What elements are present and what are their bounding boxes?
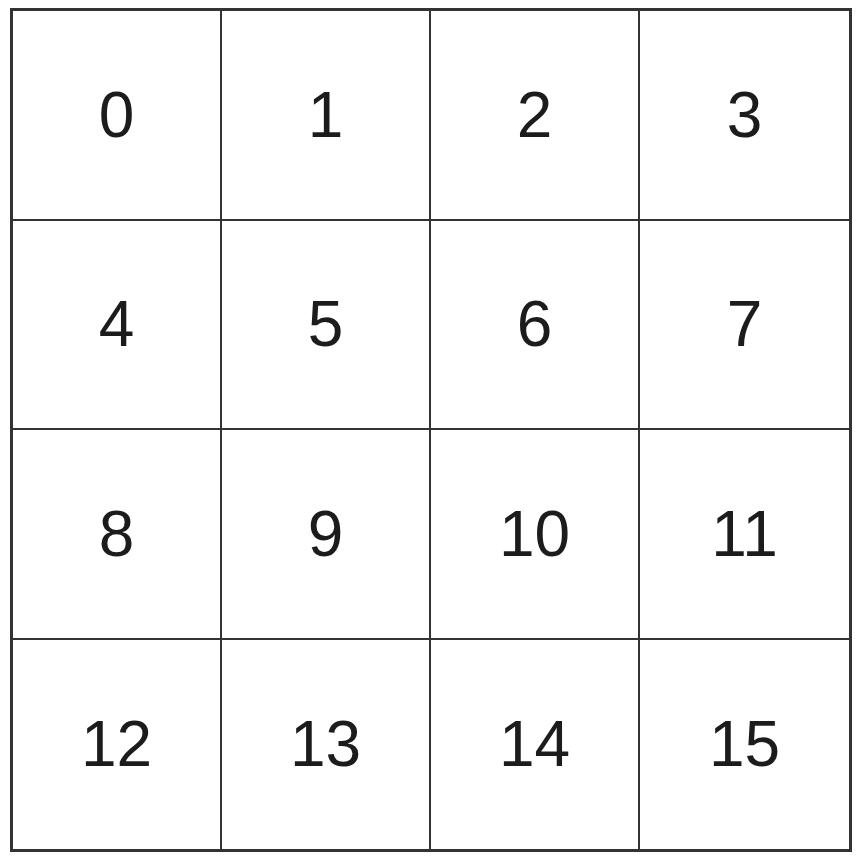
cell-r3-c0: 12 [13, 640, 222, 850]
cell-r2-c1: 9 [222, 430, 431, 640]
grid-board: 0 1 2 3 4 5 6 7 8 9 10 11 12 13 14 15 [10, 8, 852, 852]
cell-r2-c2: 10 [431, 430, 640, 640]
cell-r0-c0: 0 [13, 11, 222, 221]
cell-r1-c3: 7 [640, 221, 849, 431]
cell-r2-c3: 11 [640, 430, 849, 640]
cell-r3-c3: 15 [640, 640, 849, 850]
cell-r0-c3: 3 [640, 11, 849, 221]
cell-r1-c1: 5 [222, 221, 431, 431]
cell-r3-c1: 13 [222, 640, 431, 850]
cell-r1-c0: 4 [13, 221, 222, 431]
cell-r1-c2: 6 [431, 221, 640, 431]
cell-r0-c1: 1 [222, 11, 431, 221]
cell-r0-c2: 2 [431, 11, 640, 221]
cell-r3-c2: 14 [431, 640, 640, 850]
cell-r2-c0: 8 [13, 430, 222, 640]
